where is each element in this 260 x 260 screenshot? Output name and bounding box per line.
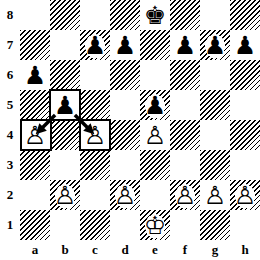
square-c4[interactable]: ♙ bbox=[80, 120, 110, 150]
square-g2[interactable]: ♙ bbox=[200, 180, 230, 210]
square-b5[interactable]: ♟ bbox=[50, 90, 80, 120]
square-d2[interactable]: ♙ bbox=[110, 180, 140, 210]
square-f8[interactable] bbox=[170, 0, 200, 30]
square-h7[interactable]: ♟ bbox=[230, 30, 260, 60]
black-pawn-icon: ♟ bbox=[20, 60, 50, 90]
square-g1[interactable] bbox=[200, 210, 230, 240]
square-g8[interactable] bbox=[200, 0, 230, 30]
square-e4[interactable]: ♙ bbox=[140, 120, 170, 150]
square-c1[interactable] bbox=[80, 210, 110, 240]
square-e7[interactable] bbox=[140, 30, 170, 60]
file-label-b: b bbox=[50, 240, 80, 260]
rank-label-2: 2 bbox=[0, 180, 20, 210]
square-e6[interactable] bbox=[140, 60, 170, 90]
square-c2[interactable] bbox=[80, 180, 110, 210]
square-c7[interactable]: ♟ bbox=[80, 30, 110, 60]
square-d6[interactable] bbox=[110, 60, 140, 90]
chess-diagram: 87654321 ♚♟♟♟♟♟♟♟♟♙♙♙♙♙♙♙♙♔ abcdefgh bbox=[0, 0, 260, 260]
square-b6[interactable] bbox=[50, 60, 80, 90]
square-b1[interactable] bbox=[50, 210, 80, 240]
square-d3[interactable] bbox=[110, 150, 140, 180]
white-king-icon: ♔ bbox=[140, 210, 170, 240]
square-g3[interactable] bbox=[200, 150, 230, 180]
square-e3[interactable] bbox=[140, 150, 170, 180]
square-h8[interactable] bbox=[230, 0, 260, 30]
white-pawn-icon: ♙ bbox=[140, 120, 170, 150]
rank-label-6: 6 bbox=[0, 60, 20, 90]
white-pawn-icon: ♙ bbox=[80, 120, 110, 150]
file-label-h: h bbox=[230, 240, 260, 260]
square-a7[interactable] bbox=[20, 30, 50, 60]
square-b4[interactable] bbox=[50, 120, 80, 150]
square-c3[interactable] bbox=[80, 150, 110, 180]
rank-label-4: 4 bbox=[0, 120, 20, 150]
rank-label-5: 5 bbox=[0, 90, 20, 120]
white-pawn-icon: ♙ bbox=[20, 120, 50, 150]
square-a4[interactable]: ♙ bbox=[20, 120, 50, 150]
black-pawn-icon: ♟ bbox=[50, 90, 80, 120]
square-f7[interactable]: ♟ bbox=[170, 30, 200, 60]
square-e8[interactable]: ♚ bbox=[140, 0, 170, 30]
file-label-c: c bbox=[80, 240, 110, 260]
chess-board: ♚♟♟♟♟♟♟♟♟♙♙♙♙♙♙♙♙♔ bbox=[20, 0, 260, 240]
file-label-d: d bbox=[110, 240, 140, 260]
square-d7[interactable]: ♟ bbox=[110, 30, 140, 60]
square-h5[interactable] bbox=[230, 90, 260, 120]
square-b8[interactable] bbox=[50, 0, 80, 30]
file-label-a: a bbox=[20, 240, 50, 260]
black-king-icon: ♚ bbox=[140, 0, 170, 30]
square-a1[interactable] bbox=[20, 210, 50, 240]
square-e5[interactable]: ♟ bbox=[140, 90, 170, 120]
white-pawn-icon: ♙ bbox=[230, 180, 260, 210]
rank-label-8: 8 bbox=[0, 0, 20, 30]
square-b7[interactable] bbox=[50, 30, 80, 60]
white-pawn-icon: ♙ bbox=[50, 180, 80, 210]
square-h3[interactable] bbox=[230, 150, 260, 180]
white-pawn-icon: ♙ bbox=[110, 180, 140, 210]
square-g4[interactable] bbox=[200, 120, 230, 150]
square-e2[interactable] bbox=[140, 180, 170, 210]
square-h2[interactable]: ♙ bbox=[230, 180, 260, 210]
black-pawn-icon: ♟ bbox=[230, 30, 260, 60]
square-a2[interactable] bbox=[20, 180, 50, 210]
white-pawn-icon: ♙ bbox=[170, 180, 200, 210]
square-c6[interactable] bbox=[80, 60, 110, 90]
rank-label-7: 7 bbox=[0, 30, 20, 60]
square-f6[interactable] bbox=[170, 60, 200, 90]
black-pawn-icon: ♟ bbox=[140, 90, 170, 120]
square-e1[interactable]: ♔ bbox=[140, 210, 170, 240]
square-a8[interactable] bbox=[20, 0, 50, 30]
white-pawn-icon: ♙ bbox=[200, 180, 230, 210]
file-label-f: f bbox=[170, 240, 200, 260]
square-d5[interactable] bbox=[110, 90, 140, 120]
square-g5[interactable] bbox=[200, 90, 230, 120]
file-labels: abcdefgh bbox=[20, 240, 260, 260]
black-pawn-icon: ♟ bbox=[200, 30, 230, 60]
square-f3[interactable] bbox=[170, 150, 200, 180]
square-f1[interactable] bbox=[170, 210, 200, 240]
square-g6[interactable] bbox=[200, 60, 230, 90]
square-d1[interactable] bbox=[110, 210, 140, 240]
square-a5[interactable] bbox=[20, 90, 50, 120]
square-b3[interactable] bbox=[50, 150, 80, 180]
square-a6[interactable]: ♟ bbox=[20, 60, 50, 90]
square-d4[interactable] bbox=[110, 120, 140, 150]
file-label-e: e bbox=[140, 240, 170, 260]
black-pawn-icon: ♟ bbox=[110, 30, 140, 60]
square-b2[interactable]: ♙ bbox=[50, 180, 80, 210]
black-pawn-icon: ♟ bbox=[80, 30, 110, 60]
file-label-g: g bbox=[200, 240, 230, 260]
black-pawn-icon: ♟ bbox=[170, 30, 200, 60]
square-c8[interactable] bbox=[80, 0, 110, 30]
square-h1[interactable] bbox=[230, 210, 260, 240]
square-h6[interactable] bbox=[230, 60, 260, 90]
square-h4[interactable] bbox=[230, 120, 260, 150]
rank-label-3: 3 bbox=[0, 150, 20, 180]
square-f5[interactable] bbox=[170, 90, 200, 120]
square-c5[interactable] bbox=[80, 90, 110, 120]
square-g7[interactable]: ♟ bbox=[200, 30, 230, 60]
rank-label-1: 1 bbox=[0, 210, 20, 240]
square-a3[interactable] bbox=[20, 150, 50, 180]
square-d8[interactable] bbox=[110, 0, 140, 30]
square-f2[interactable]: ♙ bbox=[170, 180, 200, 210]
rank-labels: 87654321 bbox=[0, 0, 20, 240]
square-f4[interactable] bbox=[170, 120, 200, 150]
